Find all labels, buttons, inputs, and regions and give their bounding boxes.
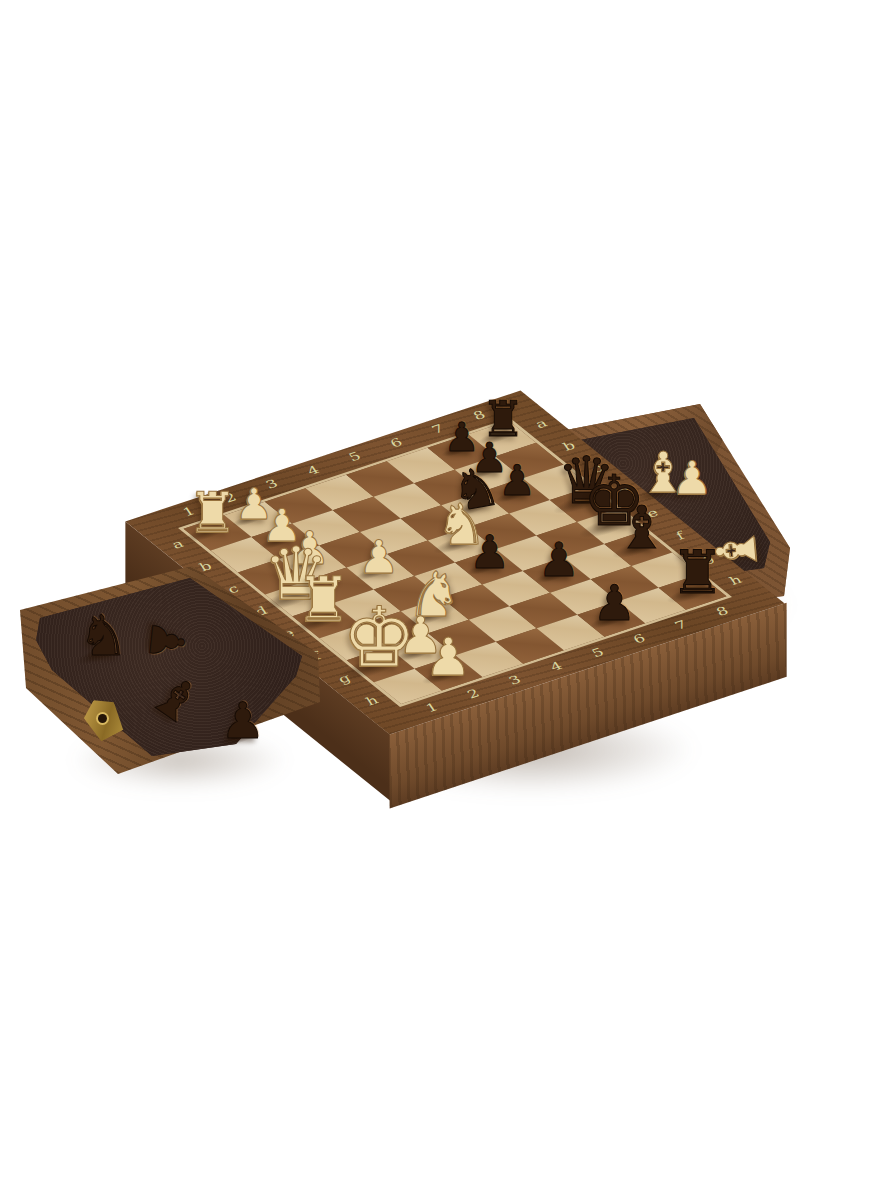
piece-white-pawn-h2[interactable]: ♟ bbox=[425, 631, 472, 683]
piece-black-pawn-f6[interactable]: ♟ bbox=[538, 536, 580, 583]
brass-clasp-icon[interactable] bbox=[82, 692, 124, 742]
piece-black-rook-h8[interactable]: ♜ bbox=[670, 542, 724, 602]
piece-black-pawn-e5[interactable]: ♟ bbox=[469, 528, 510, 574]
piece-black-pawn[interactable]: ♟ bbox=[142, 618, 192, 664]
chess-set-photo: 12345678 12345678 abcdefgh abcdefgh ♜♟♟♟… bbox=[0, 0, 880, 1200]
piece-white-pawn-d3[interactable]: ♟ bbox=[358, 533, 399, 579]
piece-black-knight[interactable]: ♞ bbox=[78, 608, 128, 664]
piece-white-pawn[interactable]: ♟ bbox=[671, 455, 712, 501]
piece-white-rook-a1[interactable]: ♜ bbox=[188, 485, 238, 541]
piece-black-pawn[interactable]: ♟ bbox=[221, 696, 266, 746]
piece-black-pawn-c7[interactable]: ♟ bbox=[498, 460, 536, 502]
piece-black-bishop-f8[interactable]: ♝ bbox=[615, 498, 668, 557]
piece-black-pawn-h6[interactable]: ♟ bbox=[592, 579, 636, 628]
piece-white-king-g1[interactable]: ♚ bbox=[342, 596, 416, 679]
